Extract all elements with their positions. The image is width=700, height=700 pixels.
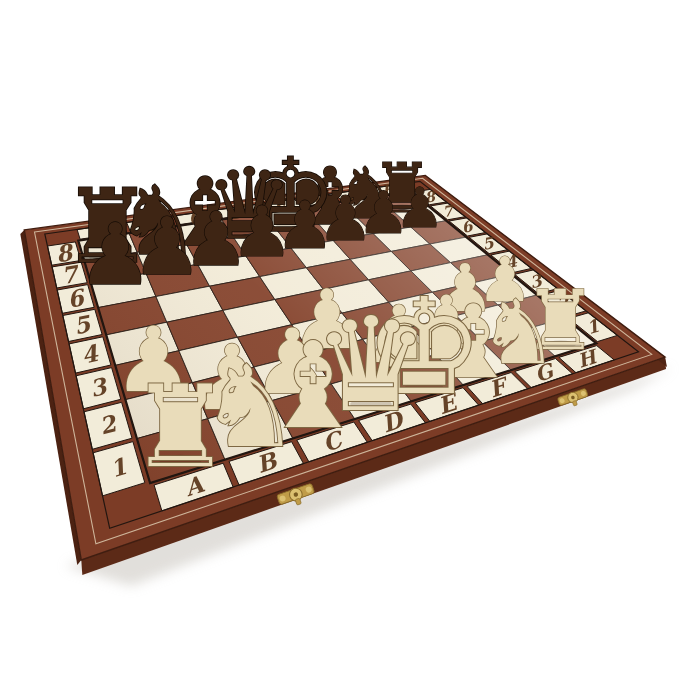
piece-black-pawn-a7: ♟ xyxy=(77,205,153,304)
chess-board-svg: AA88BB77CC66DD55EE44FF33GG22HH11♜♞♝♟♚♟♛♟… xyxy=(0,0,700,700)
piece-white-rook-a1: ♜ xyxy=(130,361,231,493)
chess-set-product-photo: AA88BB77CC66DD55EE44FF33GG22HH11♜♞♝♟♚♟♛♟… xyxy=(0,0,700,700)
